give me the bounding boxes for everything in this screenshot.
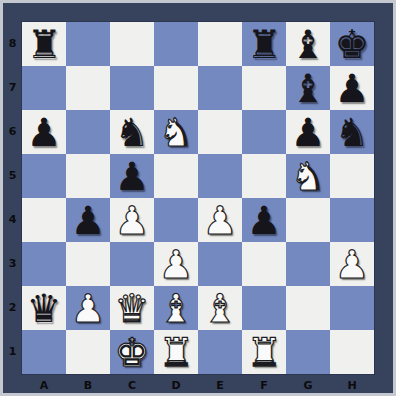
- file-label-h: H: [330, 377, 374, 396]
- rank-labels: 87654321: [3, 22, 22, 374]
- square-f4[interactable]: ♟: [242, 198, 286, 242]
- piece-white-knight: ♞: [154, 110, 198, 154]
- square-f1[interactable]: ♜: [242, 330, 286, 374]
- chess-board: ♜♜♝♚♝♟♟♞♞♟♞♟♞♟♟♟♟♟♟♛♟♛♝♝♚♜♜: [22, 22, 374, 374]
- square-h7[interactable]: ♟: [330, 66, 374, 110]
- piece-black-king: ♚: [330, 22, 374, 66]
- piece-black-knight: ♞: [330, 110, 374, 154]
- square-d4[interactable]: [154, 198, 198, 242]
- piece-black-queen: ♛: [22, 286, 66, 330]
- square-c1[interactable]: ♚: [110, 330, 154, 374]
- square-f5[interactable]: [242, 154, 286, 198]
- file-label-c: C: [110, 377, 154, 396]
- square-h1[interactable]: [330, 330, 374, 374]
- square-d1[interactable]: ♜: [154, 330, 198, 374]
- square-h3[interactable]: ♟: [330, 242, 374, 286]
- file-label-d: D: [154, 377, 198, 396]
- piece-black-pawn: ♟: [330, 66, 374, 110]
- square-c4[interactable]: ♟: [110, 198, 154, 242]
- square-b4[interactable]: ♟: [66, 198, 110, 242]
- piece-white-pawn: ♟: [110, 198, 154, 242]
- piece-black-pawn: ♟: [286, 110, 330, 154]
- piece-black-pawn: ♟: [66, 198, 110, 242]
- square-b6[interactable]: [66, 110, 110, 154]
- square-g3[interactable]: [286, 242, 330, 286]
- square-g1[interactable]: [286, 330, 330, 374]
- square-a7[interactable]: [22, 66, 66, 110]
- piece-white-pawn: ♟: [154, 242, 198, 286]
- piece-white-knight: ♞: [286, 154, 330, 198]
- piece-black-pawn: ♟: [242, 198, 286, 242]
- square-e4[interactable]: ♟: [198, 198, 242, 242]
- piece-black-pawn: ♟: [110, 154, 154, 198]
- square-d2[interactable]: ♝: [154, 286, 198, 330]
- piece-white-rook: ♜: [154, 330, 198, 374]
- square-f8[interactable]: ♜: [242, 22, 286, 66]
- square-g4[interactable]: [286, 198, 330, 242]
- piece-white-pawn: ♟: [330, 242, 374, 286]
- square-c7[interactable]: [110, 66, 154, 110]
- square-f7[interactable]: [242, 66, 286, 110]
- square-d5[interactable]: [154, 154, 198, 198]
- square-g2[interactable]: [286, 286, 330, 330]
- chess-board-frame: 87654321 ♜♜♝♚♝♟♟♞♞♟♞♟♞♟♟♟♟♟♟♛♟♛♝♝♚♜♜ ABC…: [0, 0, 396, 396]
- file-label-f: F: [242, 377, 286, 396]
- file-label-e: E: [198, 377, 242, 396]
- square-a8[interactable]: ♜: [22, 22, 66, 66]
- piece-white-king: ♚: [110, 330, 154, 374]
- rank-label-2: 2: [3, 286, 22, 330]
- rank-label-5: 5: [3, 154, 22, 198]
- square-a3[interactable]: [22, 242, 66, 286]
- square-d6[interactable]: ♞: [154, 110, 198, 154]
- rank-label-4: 4: [3, 198, 22, 242]
- rank-label-6: 6: [3, 110, 22, 154]
- square-e2[interactable]: ♝: [198, 286, 242, 330]
- file-labels: ABCDEFGH: [22, 374, 374, 393]
- square-e6[interactable]: [198, 110, 242, 154]
- piece-black-rook: ♜: [22, 22, 66, 66]
- rank-label-3: 3: [3, 242, 22, 286]
- square-e8[interactable]: [198, 22, 242, 66]
- file-label-a: A: [22, 377, 66, 396]
- square-c8[interactable]: [110, 22, 154, 66]
- rank-label-1: 1: [3, 330, 22, 374]
- file-label-b: B: [66, 377, 110, 396]
- piece-white-bishop: ♝: [198, 286, 242, 330]
- square-a2[interactable]: ♛: [22, 286, 66, 330]
- square-a4[interactable]: [22, 198, 66, 242]
- square-c2[interactable]: ♛: [110, 286, 154, 330]
- square-d8[interactable]: [154, 22, 198, 66]
- square-b1[interactable]: [66, 330, 110, 374]
- square-e5[interactable]: [198, 154, 242, 198]
- square-a6[interactable]: ♟: [22, 110, 66, 154]
- piece-black-knight: ♞: [110, 110, 154, 154]
- square-e1[interactable]: [198, 330, 242, 374]
- square-f2[interactable]: [242, 286, 286, 330]
- square-h2[interactable]: [330, 286, 374, 330]
- square-f6[interactable]: [242, 110, 286, 154]
- square-e3[interactable]: [198, 242, 242, 286]
- square-h5[interactable]: [330, 154, 374, 198]
- piece-white-pawn: ♟: [198, 198, 242, 242]
- square-a1[interactable]: [22, 330, 66, 374]
- square-g5[interactable]: ♞: [286, 154, 330, 198]
- square-h4[interactable]: [330, 198, 374, 242]
- square-c5[interactable]: ♟: [110, 154, 154, 198]
- square-b7[interactable]: [66, 66, 110, 110]
- square-b5[interactable]: [66, 154, 110, 198]
- square-b3[interactable]: [66, 242, 110, 286]
- piece-white-pawn: ♟: [66, 286, 110, 330]
- square-g7[interactable]: ♝: [286, 66, 330, 110]
- piece-white-bishop: ♝: [154, 286, 198, 330]
- square-d3[interactable]: ♟: [154, 242, 198, 286]
- square-h6[interactable]: ♞: [330, 110, 374, 154]
- square-c6[interactable]: ♞: [110, 110, 154, 154]
- rank-label-8: 8: [3, 22, 22, 66]
- piece-black-bishop: ♝: [286, 66, 330, 110]
- square-g6[interactable]: ♟: [286, 110, 330, 154]
- square-h8[interactable]: ♚: [330, 22, 374, 66]
- piece-black-pawn: ♟: [22, 110, 66, 154]
- square-b8[interactable]: [66, 22, 110, 66]
- piece-black-rook: ♜: [242, 22, 286, 66]
- square-a5[interactable]: [22, 154, 66, 198]
- square-d7[interactable]: [154, 66, 198, 110]
- piece-white-rook: ♜: [242, 330, 286, 374]
- piece-black-bishop: ♝: [286, 22, 330, 66]
- file-label-g: G: [286, 377, 330, 396]
- square-c3[interactable]: [110, 242, 154, 286]
- square-b2[interactable]: ♟: [66, 286, 110, 330]
- square-f3[interactable]: [242, 242, 286, 286]
- square-e7[interactable]: [198, 66, 242, 110]
- square-g8[interactable]: ♝: [286, 22, 330, 66]
- rank-label-7: 7: [3, 66, 22, 110]
- piece-white-queen: ♛: [110, 286, 154, 330]
